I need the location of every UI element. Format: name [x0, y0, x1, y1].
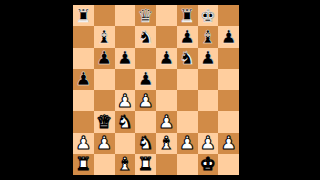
- square-b6[interactable]: ♟: [94, 48, 115, 69]
- square-e5[interactable]: [156, 69, 177, 90]
- square-b8[interactable]: [94, 5, 115, 26]
- square-a2[interactable]: ♟: [73, 133, 94, 154]
- black-pawn-piece: ♟: [94, 48, 115, 69]
- square-a6[interactable]: [73, 48, 94, 69]
- black-rook-piece: ♜: [177, 5, 198, 26]
- white-bishop-piece: ♝: [156, 133, 177, 154]
- square-g5[interactable]: [198, 69, 219, 90]
- square-e3[interactable]: ♟: [156, 111, 177, 132]
- square-f2[interactable]: ♟: [177, 133, 198, 154]
- square-g2[interactable]: ♟: [198, 133, 219, 154]
- square-h7[interactable]: ♟: [218, 26, 239, 47]
- square-c3[interactable]: ♞: [115, 111, 136, 132]
- white-pawn-piece: ♟: [135, 90, 156, 111]
- square-h4[interactable]: [218, 90, 239, 111]
- square-d2[interactable]: ♞: [135, 133, 156, 154]
- square-a7[interactable]: [73, 26, 94, 47]
- square-a3[interactable]: [73, 111, 94, 132]
- white-pawn-piece: ♟: [94, 133, 115, 154]
- square-e8[interactable]: [156, 5, 177, 26]
- square-d8[interactable]: ♛: [135, 5, 156, 26]
- white-pawn-piece: ♟: [177, 133, 198, 154]
- square-c1[interactable]: ♝: [115, 154, 136, 175]
- square-h8[interactable]: [218, 5, 239, 26]
- white-rook-piece: ♜: [73, 154, 94, 175]
- square-f6[interactable]: ♞: [177, 48, 198, 69]
- black-bishop-piece: ♝: [94, 26, 115, 47]
- black-queen-piece: ♛: [135, 5, 156, 26]
- square-f3[interactable]: [177, 111, 198, 132]
- white-king-piece: ♚: [198, 154, 219, 175]
- square-h1[interactable]: [218, 154, 239, 175]
- black-pawn-piece: ♟: [218, 26, 239, 47]
- square-e6[interactable]: ♟: [156, 48, 177, 69]
- square-f8[interactable]: ♜: [177, 5, 198, 26]
- square-e4[interactable]: [156, 90, 177, 111]
- square-a5[interactable]: ♟: [73, 69, 94, 90]
- white-knight-piece: ♞: [115, 111, 136, 132]
- square-c7[interactable]: [115, 26, 136, 47]
- square-f4[interactable]: [177, 90, 198, 111]
- square-a8[interactable]: ♜: [73, 5, 94, 26]
- square-d4[interactable]: ♟: [135, 90, 156, 111]
- white-rook-piece: ♜: [135, 154, 156, 175]
- square-g6[interactable]: ♟: [198, 48, 219, 69]
- square-b1[interactable]: [94, 154, 115, 175]
- white-knight-piece: ♞: [135, 133, 156, 154]
- white-pawn-piece: ♟: [115, 90, 136, 111]
- video-frame: ♜♛♜♚♝♞♟♝♟♟♟♟♞♟♟♟♟♟♛♞♟♟♟♞♝♟♟♟♜♝♜♚: [0, 0, 320, 180]
- black-pawn-piece: ♟: [73, 69, 94, 90]
- black-king-piece: ♚: [198, 5, 219, 26]
- square-b3[interactable]: ♛: [94, 111, 115, 132]
- white-pawn-piece: ♟: [218, 133, 239, 154]
- square-d7[interactable]: ♞: [135, 26, 156, 47]
- black-pawn-piece: ♟: [198, 48, 219, 69]
- square-e2[interactable]: ♝: [156, 133, 177, 154]
- square-b2[interactable]: ♟: [94, 133, 115, 154]
- square-d6[interactable]: [135, 48, 156, 69]
- square-c5[interactable]: [115, 69, 136, 90]
- square-f7[interactable]: ♟: [177, 26, 198, 47]
- square-e7[interactable]: [156, 26, 177, 47]
- white-pawn-piece: ♟: [198, 133, 219, 154]
- square-h3[interactable]: [218, 111, 239, 132]
- square-e1[interactable]: [156, 154, 177, 175]
- black-knight-piece: ♞: [177, 48, 198, 69]
- black-pawn-piece: ♟: [177, 26, 198, 47]
- black-pawn-piece: ♟: [156, 48, 177, 69]
- square-g1[interactable]: ♚: [198, 154, 219, 175]
- square-g8[interactable]: ♚: [198, 5, 219, 26]
- black-rook-piece: ♜: [73, 5, 94, 26]
- black-knight-piece: ♞: [135, 26, 156, 47]
- square-g4[interactable]: [198, 90, 219, 111]
- square-c8[interactable]: [115, 5, 136, 26]
- white-pawn-piece: ♟: [156, 111, 177, 132]
- square-d1[interactable]: ♜: [135, 154, 156, 175]
- square-a1[interactable]: ♜: [73, 154, 94, 175]
- chess-board: ♜♛♜♚♝♞♟♝♟♟♟♟♞♟♟♟♟♟♛♞♟♟♟♞♝♟♟♟♜♝♜♚: [73, 5, 239, 175]
- square-c4[interactable]: ♟: [115, 90, 136, 111]
- white-bishop-piece: ♝: [115, 154, 136, 175]
- square-c2[interactable]: [115, 133, 136, 154]
- square-c6[interactable]: ♟: [115, 48, 136, 69]
- white-queen-piece: ♛: [94, 111, 115, 132]
- square-b4[interactable]: [94, 90, 115, 111]
- black-pawn-piece: ♟: [115, 48, 136, 69]
- square-f5[interactable]: [177, 69, 198, 90]
- square-g3[interactable]: [198, 111, 219, 132]
- black-bishop-piece: ♝: [198, 26, 219, 47]
- square-h5[interactable]: [218, 69, 239, 90]
- square-f1[interactable]: [177, 154, 198, 175]
- square-b5[interactable]: [94, 69, 115, 90]
- square-h2[interactable]: ♟: [218, 133, 239, 154]
- square-h6[interactable]: [218, 48, 239, 69]
- black-pawn-piece: ♟: [135, 69, 156, 90]
- square-a4[interactable]: [73, 90, 94, 111]
- square-d5[interactable]: ♟: [135, 69, 156, 90]
- white-pawn-piece: ♟: [73, 133, 94, 154]
- square-d3[interactable]: [135, 111, 156, 132]
- square-g7[interactable]: ♝: [198, 26, 219, 47]
- square-b7[interactable]: ♝: [94, 26, 115, 47]
